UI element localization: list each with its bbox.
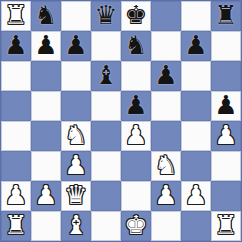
white-bishop[interactable]: ♝ <box>64 211 87 240</box>
square-e4[interactable]: ♟ <box>121 121 151 151</box>
black-pawn[interactable]: ♟ <box>154 61 177 90</box>
square-b2[interactable]: ♟ <box>31 181 61 211</box>
square-g6[interactable] <box>181 61 211 91</box>
square-f5[interactable] <box>151 91 181 121</box>
black-knight[interactable]: ♞ <box>34 1 57 30</box>
square-d1[interactable] <box>91 211 121 241</box>
square-e5[interactable]: ♟ <box>121 91 151 121</box>
white-pawn[interactable]: ♟ <box>64 151 87 180</box>
square-c6[interactable] <box>61 61 91 91</box>
black-rook[interactable]: ♜ <box>214 1 237 30</box>
white-pawn[interactable]: ♟ <box>4 181 27 210</box>
white-rook[interactable]: ♜ <box>4 211 27 240</box>
black-pawn[interactable]: ♟ <box>4 31 27 60</box>
square-g1[interactable] <box>181 211 211 241</box>
square-g8[interactable] <box>181 1 211 31</box>
square-a4[interactable] <box>1 121 31 151</box>
square-d2[interactable] <box>91 181 121 211</box>
square-g5[interactable] <box>181 91 211 121</box>
square-c4[interactable]: ♞ <box>61 121 91 151</box>
square-b3[interactable] <box>31 151 61 181</box>
black-bishop[interactable]: ♝ <box>94 61 117 90</box>
square-e1[interactable]: ♚ <box>121 211 151 241</box>
square-g7[interactable]: ♟ <box>181 31 211 61</box>
square-h4[interactable]: ♟ <box>211 121 241 151</box>
square-c5[interactable] <box>61 91 91 121</box>
square-a7[interactable]: ♟ <box>1 31 31 61</box>
white-pawn[interactable]: ♟ <box>34 181 57 210</box>
white-pawn[interactable]: ♟ <box>214 121 237 150</box>
square-b7[interactable]: ♟ <box>31 31 61 61</box>
black-pawn[interactable]: ♟ <box>124 91 147 120</box>
square-b5[interactable] <box>31 91 61 121</box>
black-pawn[interactable]: ♟ <box>64 31 87 60</box>
square-b1[interactable] <box>31 211 61 241</box>
white-pawn[interactable]: ♟ <box>124 121 147 150</box>
white-rook[interactable]: ♜ <box>214 211 237 240</box>
square-f2[interactable]: ♟ <box>151 181 181 211</box>
square-d8[interactable]: ♛ <box>91 1 121 31</box>
square-c2[interactable]: ♛ <box>61 181 91 211</box>
white-pawn[interactable]: ♟ <box>154 181 177 210</box>
square-b4[interactable] <box>31 121 61 151</box>
black-queen[interactable]: ♛ <box>94 1 117 30</box>
square-a2[interactable]: ♟ <box>1 181 31 211</box>
square-h6[interactable] <box>211 61 241 91</box>
square-b6[interactable] <box>31 61 61 91</box>
chess-board-frame: ♜♞♛♚♜♟♟♟♞♟♝♟♟♟♞♟♟♟♞♟♟♛♟♟♜♝♚♜ <box>0 0 242 242</box>
black-pawn[interactable]: ♟ <box>214 91 237 120</box>
white-pawn[interactable]: ♟ <box>184 181 207 210</box>
square-h5[interactable]: ♟ <box>211 91 241 121</box>
black-knight[interactable]: ♞ <box>124 31 147 60</box>
square-h7[interactable] <box>211 31 241 61</box>
square-e3[interactable] <box>121 151 151 181</box>
black-pawn[interactable]: ♟ <box>184 31 207 60</box>
square-h1[interactable]: ♜ <box>211 211 241 241</box>
square-f1[interactable] <box>151 211 181 241</box>
white-rook[interactable]: ♜ <box>4 1 27 30</box>
black-pawn[interactable]: ♟ <box>34 31 57 60</box>
square-b8[interactable]: ♞ <box>31 1 61 31</box>
square-f3[interactable]: ♞ <box>151 151 181 181</box>
square-d7[interactable] <box>91 31 121 61</box>
square-c3[interactable]: ♟ <box>61 151 91 181</box>
square-c8[interactable] <box>61 1 91 31</box>
square-h2[interactable] <box>211 181 241 211</box>
square-g2[interactable]: ♟ <box>181 181 211 211</box>
square-e8[interactable]: ♚ <box>121 1 151 31</box>
square-d3[interactable] <box>91 151 121 181</box>
square-e7[interactable]: ♞ <box>121 31 151 61</box>
square-c7[interactable]: ♟ <box>61 31 91 61</box>
square-f8[interactable] <box>151 1 181 31</box>
black-king[interactable]: ♚ <box>124 1 147 30</box>
square-f7[interactable] <box>151 31 181 61</box>
square-a3[interactable] <box>1 151 31 181</box>
white-knight[interactable]: ♞ <box>154 151 177 180</box>
white-king[interactable]: ♚ <box>124 211 147 240</box>
white-knight[interactable]: ♞ <box>64 121 87 150</box>
square-h8[interactable]: ♜ <box>211 1 241 31</box>
square-c1[interactable]: ♝ <box>61 211 91 241</box>
square-h3[interactable] <box>211 151 241 181</box>
square-e6[interactable] <box>121 61 151 91</box>
square-e2[interactable] <box>121 181 151 211</box>
square-g4[interactable] <box>181 121 211 151</box>
square-f4[interactable] <box>151 121 181 151</box>
square-g3[interactable] <box>181 151 211 181</box>
square-f6[interactable]: ♟ <box>151 61 181 91</box>
square-a5[interactable] <box>1 91 31 121</box>
chess-board: ♜♞♛♚♜♟♟♟♞♟♝♟♟♟♞♟♟♟♞♟♟♛♟♟♜♝♚♜ <box>1 1 241 241</box>
white-queen[interactable]: ♛ <box>64 181 87 210</box>
square-d4[interactable] <box>91 121 121 151</box>
square-a1[interactable]: ♜ <box>1 211 31 241</box>
square-d6[interactable]: ♝ <box>91 61 121 91</box>
square-a6[interactable] <box>1 61 31 91</box>
square-a8[interactable]: ♜ <box>1 1 31 31</box>
square-d5[interactable] <box>91 91 121 121</box>
